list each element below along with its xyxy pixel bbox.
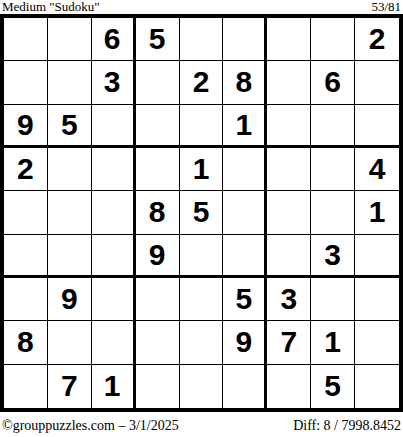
given-digit: 1 [193, 152, 210, 186]
cell-r6c9[interactable] [355, 235, 399, 278]
given-digit: 2 [193, 65, 210, 99]
cell-r7c9[interactable] [355, 278, 399, 321]
given-digit: 8 [149, 195, 166, 229]
cell-r1c6[interactable] [223, 18, 267, 61]
cell-r2c2[interactable] [48, 61, 92, 104]
cell-r2c7[interactable] [267, 61, 311, 104]
cell-r7c1[interactable] [4, 278, 48, 321]
given-digit: 5 [149, 22, 166, 56]
given-digit: 7 [280, 325, 297, 359]
cell-r6c3[interactable] [92, 235, 136, 278]
cell-r1c1[interactable] [4, 18, 48, 61]
cell-r8c9[interactable] [355, 321, 399, 364]
given-digit: 1 [104, 369, 121, 403]
cell-r3c2: 5 [48, 105, 92, 148]
cell-r2c9[interactable] [355, 61, 399, 104]
cell-r7c8[interactable] [311, 278, 355, 321]
cell-r8c4[interactable] [136, 321, 180, 364]
cell-r4c1: 2 [4, 148, 48, 191]
given-digit: 5 [61, 108, 78, 142]
cell-r2c5: 2 [180, 61, 224, 104]
cell-r3c6: 1 [223, 105, 267, 148]
cell-r5c7[interactable] [267, 191, 311, 234]
cell-r4c8[interactable] [311, 148, 355, 191]
given-digit: 5 [193, 195, 210, 229]
cell-r1c3: 6 [92, 18, 136, 61]
cell-r5c6[interactable] [223, 191, 267, 234]
cell-r9c7[interactable] [267, 365, 311, 408]
given-digit: 8 [17, 325, 34, 359]
cell-r7c3[interactable] [92, 278, 136, 321]
cell-r4c5: 1 [180, 148, 224, 191]
cell-r7c6: 5 [223, 278, 267, 321]
cell-r9c5[interactable] [180, 365, 224, 408]
cell-r8c2[interactable] [48, 321, 92, 364]
cell-r4c6[interactable] [223, 148, 267, 191]
cell-r4c9: 4 [355, 148, 399, 191]
cell-r1c8[interactable] [311, 18, 355, 61]
given-digit: 8 [236, 65, 253, 99]
cell-r5c4: 8 [136, 191, 180, 234]
cell-r9c3: 1 [92, 365, 136, 408]
cell-r2c4[interactable] [136, 61, 180, 104]
cell-r5c1[interactable] [4, 191, 48, 234]
cell-r6c5[interactable] [180, 235, 224, 278]
cell-r6c8: 3 [311, 235, 355, 278]
given-digit: 9 [149, 238, 166, 272]
cell-r6c4: 9 [136, 235, 180, 278]
cell-r2c6: 8 [223, 61, 267, 104]
cell-r8c8: 1 [311, 321, 355, 364]
given-digit: 9 [61, 282, 78, 316]
footer: ©grouppuzzles.com – 3/1/2025 Diff: 8 / 7… [0, 412, 403, 437]
cell-r2c8: 6 [311, 61, 355, 104]
cell-r3c9[interactable] [355, 105, 399, 148]
cell-r1c9: 2 [355, 18, 399, 61]
cell-r9c4[interactable] [136, 365, 180, 408]
cell-r1c5[interactable] [180, 18, 224, 61]
cell-r7c4[interactable] [136, 278, 180, 321]
given-digit: 1 [324, 325, 341, 359]
given-digit: 3 [324, 238, 341, 272]
cell-r9c2: 7 [48, 365, 92, 408]
cell-r9c6[interactable] [223, 365, 267, 408]
cell-r6c1[interactable] [4, 235, 48, 278]
given-digit: 7 [61, 369, 78, 403]
cell-r6c6[interactable] [223, 235, 267, 278]
cell-r7c5[interactable] [180, 278, 224, 321]
cell-r3c5[interactable] [180, 105, 224, 148]
puzzle-title: Medium "Sudoku" [2, 0, 100, 14]
cell-r1c4: 5 [136, 18, 180, 61]
given-digit: 5 [324, 369, 341, 403]
blank-cell-counter: 53/81 [371, 0, 401, 14]
cell-r2c1[interactable] [4, 61, 48, 104]
cell-r8c5[interactable] [180, 321, 224, 364]
given-digit: 1 [369, 195, 386, 229]
cell-r7c2: 9 [48, 278, 92, 321]
given-digit: 3 [104, 65, 121, 99]
cell-r5c8[interactable] [311, 191, 355, 234]
cell-r1c7[interactable] [267, 18, 311, 61]
cell-r4c4[interactable] [136, 148, 180, 191]
cell-r9c1[interactable] [4, 365, 48, 408]
cell-r3c1: 9 [4, 105, 48, 148]
cell-r4c7[interactable] [267, 148, 311, 191]
cell-r5c9: 1 [355, 191, 399, 234]
cell-r5c2[interactable] [48, 191, 92, 234]
given-digit: 1 [236, 108, 253, 142]
given-digit: 5 [236, 282, 253, 316]
given-digit: 9 [236, 325, 253, 359]
cell-r8c3[interactable] [92, 321, 136, 364]
sudoku-page: Medium "Sudoku" 53/81 652328695121485193… [0, 0, 403, 437]
copyright-date: ©grouppuzzles.com – 3/1/2025 [2, 418, 179, 434]
given-digit: 2 [369, 22, 386, 56]
given-digit: 2 [17, 152, 34, 186]
given-digit: 9 [17, 108, 34, 142]
cell-r3c8[interactable] [311, 105, 355, 148]
difficulty-rating: Diff: 8 / 7998.8452 [293, 418, 401, 434]
cell-r2c3: 3 [92, 61, 136, 104]
cell-r9c8: 5 [311, 365, 355, 408]
cell-r9c9[interactable] [355, 365, 399, 408]
given-digit: 6 [324, 65, 341, 99]
given-digit: 3 [280, 282, 297, 316]
cell-r3c7[interactable] [267, 105, 311, 148]
header: Medium "Sudoku" 53/81 [0, 0, 403, 14]
cell-r8c1: 8 [4, 321, 48, 364]
cell-r3c3[interactable] [92, 105, 136, 148]
cell-r1c2[interactable] [48, 18, 92, 61]
cell-r4c3[interactable] [92, 148, 136, 191]
given-digit: 6 [104, 22, 121, 56]
cell-r5c5: 5 [180, 191, 224, 234]
sudoku-grid: 6523286951214851939538971715 [0, 14, 403, 412]
cell-r7c7: 3 [267, 278, 311, 321]
cell-r5c3[interactable] [92, 191, 136, 234]
cell-r8c6: 9 [223, 321, 267, 364]
given-digit: 4 [369, 152, 386, 186]
cell-r6c2[interactable] [48, 235, 92, 278]
cell-r3c4[interactable] [136, 105, 180, 148]
cell-r8c7: 7 [267, 321, 311, 364]
cell-r4c2[interactable] [48, 148, 92, 191]
cell-r6c7[interactable] [267, 235, 311, 278]
